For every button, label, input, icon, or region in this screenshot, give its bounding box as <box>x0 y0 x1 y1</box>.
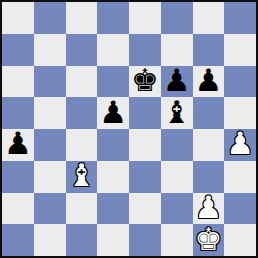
black-king-e6[interactable]: ♚ <box>131 65 159 96</box>
square-d1[interactable] <box>97 224 129 256</box>
square-f1[interactable] <box>161 224 193 256</box>
square-d5[interactable]: ♟ <box>97 97 129 129</box>
square-f3[interactable] <box>161 161 193 193</box>
square-a1[interactable] <box>2 224 34 256</box>
square-d8[interactable] <box>97 2 129 34</box>
square-h5[interactable] <box>224 97 256 129</box>
square-f7[interactable] <box>161 34 193 66</box>
square-f2[interactable] <box>161 193 193 225</box>
square-h2[interactable] <box>224 193 256 225</box>
square-g8[interactable] <box>193 2 225 34</box>
square-a7[interactable] <box>2 34 34 66</box>
square-b1[interactable] <box>34 224 66 256</box>
square-g2[interactable]: ♟ <box>193 193 225 225</box>
square-a4[interactable]: ♟ <box>2 129 34 161</box>
square-f6[interactable]: ♟ <box>161 66 193 98</box>
white-pawn-g2[interactable]: ♟ <box>194 192 222 223</box>
square-a8[interactable] <box>2 2 34 34</box>
square-c4[interactable] <box>66 129 98 161</box>
square-g7[interactable] <box>193 34 225 66</box>
black-bishop-f5[interactable]: ♝ <box>163 97 191 128</box>
square-c2[interactable] <box>66 193 98 225</box>
square-c6[interactable] <box>66 66 98 98</box>
square-h3[interactable] <box>224 161 256 193</box>
black-pawn-a4[interactable]: ♟ <box>4 128 32 159</box>
square-h8[interactable] <box>224 2 256 34</box>
square-g3[interactable] <box>193 161 225 193</box>
square-c3[interactable]: ♝ <box>66 161 98 193</box>
square-f4[interactable] <box>161 129 193 161</box>
square-h7[interactable] <box>224 34 256 66</box>
square-e7[interactable] <box>129 34 161 66</box>
square-h6[interactable] <box>224 66 256 98</box>
square-e5[interactable] <box>129 97 161 129</box>
square-h4[interactable]: ♟ <box>224 129 256 161</box>
square-g5[interactable] <box>193 97 225 129</box>
black-pawn-d5[interactable]: ♟ <box>99 97 127 128</box>
square-d6[interactable] <box>97 66 129 98</box>
square-f5[interactable]: ♝ <box>161 97 193 129</box>
square-c1[interactable] <box>66 224 98 256</box>
square-e8[interactable] <box>129 2 161 34</box>
white-pawn-h4[interactable]: ♟ <box>226 128 254 159</box>
black-pawn-f6[interactable]: ♟ <box>163 65 191 96</box>
square-e6[interactable]: ♚ <box>129 66 161 98</box>
square-e3[interactable] <box>129 161 161 193</box>
square-b7[interactable] <box>34 34 66 66</box>
square-g6[interactable]: ♟ <box>193 66 225 98</box>
square-g1[interactable]: ♚ <box>193 224 225 256</box>
square-e4[interactable] <box>129 129 161 161</box>
square-b6[interactable] <box>34 66 66 98</box>
square-e2[interactable] <box>129 193 161 225</box>
square-h1[interactable] <box>224 224 256 256</box>
square-g4[interactable] <box>193 129 225 161</box>
square-a5[interactable] <box>2 97 34 129</box>
white-king-g1[interactable]: ♚ <box>194 224 222 255</box>
square-a2[interactable] <box>2 193 34 225</box>
square-a3[interactable] <box>2 161 34 193</box>
chess-board: ♚♟♟♟♝♟♟♝♟♚ <box>0 0 258 258</box>
square-b3[interactable] <box>34 161 66 193</box>
square-c7[interactable] <box>66 34 98 66</box>
square-c8[interactable] <box>66 2 98 34</box>
square-b2[interactable] <box>34 193 66 225</box>
square-b4[interactable] <box>34 129 66 161</box>
square-b8[interactable] <box>34 2 66 34</box>
square-c5[interactable] <box>66 97 98 129</box>
square-d3[interactable] <box>97 161 129 193</box>
square-f8[interactable] <box>161 2 193 34</box>
square-b5[interactable] <box>34 97 66 129</box>
square-d4[interactable] <box>97 129 129 161</box>
square-d7[interactable] <box>97 34 129 66</box>
black-pawn-g6[interactable]: ♟ <box>194 65 222 96</box>
white-bishop-c3[interactable]: ♝ <box>67 160 95 191</box>
square-e1[interactable] <box>129 224 161 256</box>
square-a6[interactable] <box>2 66 34 98</box>
square-d2[interactable] <box>97 193 129 225</box>
